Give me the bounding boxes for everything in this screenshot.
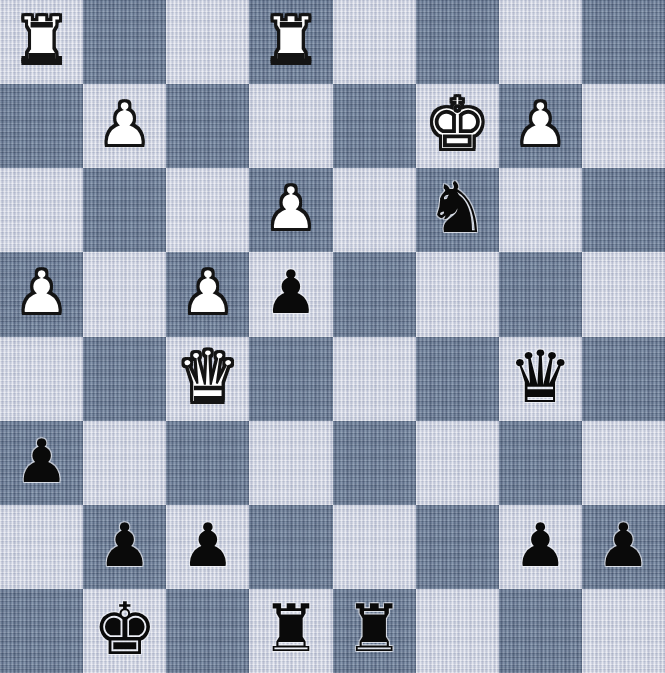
piece-black-pawn-g2[interactable]: ♟ — [513, 515, 567, 575]
square-f6[interactable]: ♞ — [416, 168, 499, 252]
square-d4[interactable] — [249, 337, 332, 421]
square-c1[interactable] — [166, 589, 249, 673]
square-g8[interactable] — [499, 0, 582, 84]
square-e3[interactable] — [333, 421, 416, 505]
square-d6[interactable]: ♟ — [249, 168, 332, 252]
square-f1[interactable] — [416, 589, 499, 673]
square-d3[interactable] — [249, 421, 332, 505]
piece-black-rook-e1[interactable]: ♜ — [345, 596, 403, 661]
square-a7[interactable] — [0, 84, 83, 168]
square-f4[interactable] — [416, 337, 499, 421]
square-a6[interactable] — [0, 168, 83, 252]
square-c7[interactable] — [166, 84, 249, 168]
square-h8[interactable] — [582, 0, 665, 84]
square-g7[interactable]: ♟ — [499, 84, 582, 168]
square-f5[interactable] — [416, 252, 499, 336]
piece-black-pawn-c2[interactable]: ♟ — [181, 515, 235, 575]
square-a3[interactable]: ♟ — [0, 421, 83, 505]
piece-white-king-f7[interactable]: ♚ — [425, 88, 490, 160]
square-e2[interactable] — [333, 505, 416, 589]
square-c6[interactable] — [166, 168, 249, 252]
square-d1[interactable]: ♜ — [249, 589, 332, 673]
square-h1[interactable] — [582, 589, 665, 673]
square-g1[interactable] — [499, 589, 582, 673]
piece-black-pawn-d5[interactable]: ♟ — [264, 262, 318, 322]
square-a2[interactable] — [0, 505, 83, 589]
piece-white-pawn-b7[interactable]: ♟ — [98, 94, 152, 154]
square-c4[interactable]: ♛ — [166, 337, 249, 421]
piece-black-queen-g4[interactable]: ♛ — [508, 341, 573, 413]
square-h3[interactable] — [582, 421, 665, 505]
piece-white-pawn-a5[interactable]: ♟ — [15, 262, 69, 322]
square-a1[interactable] — [0, 589, 83, 673]
square-d2[interactable] — [249, 505, 332, 589]
square-b3[interactable] — [83, 421, 166, 505]
square-g4[interactable]: ♛ — [499, 337, 582, 421]
square-g2[interactable]: ♟ — [499, 505, 582, 589]
piece-white-pawn-c5[interactable]: ♟ — [181, 262, 235, 322]
square-h7[interactable] — [582, 84, 665, 168]
square-b2[interactable]: ♟ — [83, 505, 166, 589]
piece-black-pawn-a3[interactable]: ♟ — [15, 431, 69, 491]
square-h6[interactable] — [582, 168, 665, 252]
square-b8[interactable] — [83, 0, 166, 84]
square-d7[interactable] — [249, 84, 332, 168]
square-a8[interactable]: ♜ — [0, 0, 83, 84]
piece-white-pawn-d6[interactable]: ♟ — [264, 178, 318, 238]
square-c3[interactable] — [166, 421, 249, 505]
square-a4[interactable] — [0, 337, 83, 421]
square-b6[interactable] — [83, 168, 166, 252]
square-f3[interactable] — [416, 421, 499, 505]
piece-white-rook-a8[interactable]: ♜ — [12, 8, 70, 73]
piece-white-rook-d8[interactable]: ♜ — [262, 8, 320, 73]
square-h2[interactable]: ♟ — [582, 505, 665, 589]
square-c5[interactable]: ♟ — [166, 252, 249, 336]
square-d5[interactable]: ♟ — [249, 252, 332, 336]
square-e1[interactable]: ♜ — [333, 589, 416, 673]
square-f2[interactable] — [416, 505, 499, 589]
square-b1[interactable]: ♚ — [83, 589, 166, 673]
square-e7[interactable] — [333, 84, 416, 168]
square-c8[interactable] — [166, 0, 249, 84]
piece-white-pawn-g7[interactable]: ♟ — [513, 94, 567, 154]
square-b7[interactable]: ♟ — [83, 84, 166, 168]
square-f8[interactable] — [416, 0, 499, 84]
square-g6[interactable] — [499, 168, 582, 252]
square-b5[interactable] — [83, 252, 166, 336]
square-g3[interactable] — [499, 421, 582, 505]
piece-black-king-b1[interactable]: ♚ — [92, 593, 157, 665]
square-e5[interactable] — [333, 252, 416, 336]
piece-black-pawn-h2[interactable]: ♟ — [597, 515, 651, 575]
piece-black-knight-f6[interactable]: ♞ — [426, 173, 489, 243]
square-a5[interactable]: ♟ — [0, 252, 83, 336]
square-d8[interactable]: ♜ — [249, 0, 332, 84]
square-f7[interactable]: ♚ — [416, 84, 499, 168]
chess-board: ♜♜♟♚♟♟♞♟♟♟♛♛♟♟♟♟♟♚♜♜ — [0, 0, 665, 673]
square-e4[interactable] — [333, 337, 416, 421]
square-h5[interactable] — [582, 252, 665, 336]
square-g5[interactable] — [499, 252, 582, 336]
piece-white-queen-c4[interactable]: ♛ — [176, 341, 241, 413]
piece-black-pawn-b2[interactable]: ♟ — [98, 515, 152, 575]
piece-black-rook-d1[interactable]: ♜ — [262, 596, 320, 661]
square-b4[interactable] — [83, 337, 166, 421]
square-h4[interactable] — [582, 337, 665, 421]
square-e8[interactable] — [333, 0, 416, 84]
square-c2[interactable]: ♟ — [166, 505, 249, 589]
square-e6[interactable] — [333, 168, 416, 252]
